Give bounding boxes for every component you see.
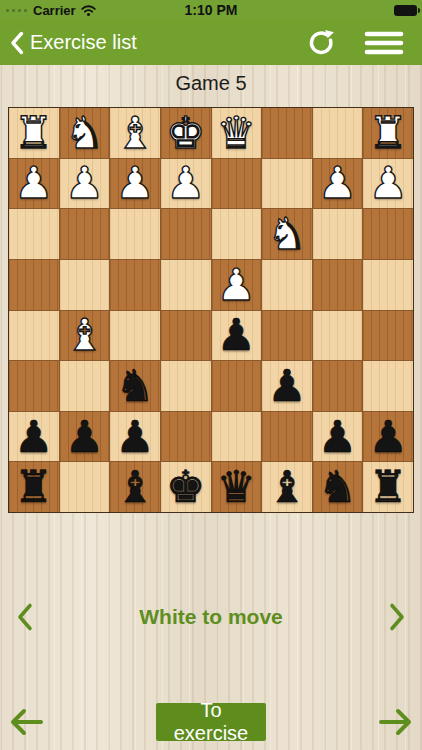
square-f4[interactable] xyxy=(110,260,160,310)
square-a7[interactable]: ♟ xyxy=(363,412,413,462)
next-arrow-button[interactable] xyxy=(378,707,414,737)
square-g6[interactable] xyxy=(60,361,110,411)
square-b4[interactable] xyxy=(313,260,363,310)
piece-wR: ♜ xyxy=(368,111,407,155)
square-e3[interactable] xyxy=(161,209,211,259)
square-d3[interactable] xyxy=(212,209,262,259)
square-e2[interactable]: ♟ xyxy=(161,159,211,209)
to-exercise-button[interactable]: To exercise xyxy=(156,703,266,741)
square-e7[interactable] xyxy=(161,412,211,462)
piece-wR: ♜ xyxy=(14,111,53,155)
piece-wP: ♟ xyxy=(14,161,53,205)
piece-wQ: ♛ xyxy=(217,111,256,155)
square-h5[interactable] xyxy=(9,311,59,361)
square-g2[interactable]: ♟ xyxy=(60,159,110,209)
previous-arrow-button[interactable] xyxy=(8,707,44,737)
nav-bar: Exercise list xyxy=(0,20,422,65)
piece-bB: ♝ xyxy=(267,465,306,509)
square-d1[interactable]: ♛ xyxy=(212,108,262,158)
square-g1[interactable]: ♞ xyxy=(60,108,110,158)
piece-wB: ♝ xyxy=(115,111,154,155)
square-h7[interactable]: ♟ xyxy=(9,412,59,462)
app-screen: Carrier 1:10 PM Exercise list xyxy=(0,0,422,750)
piece-wP: ♟ xyxy=(368,161,407,205)
square-d8[interactable]: ♛ xyxy=(212,462,262,512)
piece-bP: ♟ xyxy=(267,364,306,408)
square-f6[interactable]: ♞ xyxy=(110,361,160,411)
square-d7[interactable] xyxy=(212,412,262,462)
piece-bP: ♟ xyxy=(368,415,407,459)
piece-bR: ♜ xyxy=(368,465,407,509)
square-a8[interactable]: ♜ xyxy=(363,462,413,512)
clock-label: 1:10 PM xyxy=(0,2,422,18)
square-h6[interactable] xyxy=(9,361,59,411)
piece-bP: ♟ xyxy=(318,415,357,459)
piece-bP: ♟ xyxy=(115,415,154,459)
square-e8[interactable]: ♚ xyxy=(161,462,211,512)
battery-icon xyxy=(394,5,417,16)
square-e1[interactable]: ♚ xyxy=(161,108,211,158)
square-b7[interactable]: ♟ xyxy=(313,412,363,462)
piece-wB: ♝ xyxy=(65,313,104,357)
square-e5[interactable] xyxy=(161,311,211,361)
square-g7[interactable]: ♟ xyxy=(60,412,110,462)
square-g5[interactable]: ♝ xyxy=(60,311,110,361)
piece-bQ: ♛ xyxy=(217,465,256,509)
piece-wP: ♟ xyxy=(166,161,205,205)
side-to-move-label: White to move xyxy=(0,605,422,629)
square-d4[interactable]: ♟ xyxy=(212,260,262,310)
square-a6[interactable] xyxy=(363,361,413,411)
prompt-row: White to move xyxy=(0,597,422,637)
square-c3[interactable]: ♞ xyxy=(262,209,312,259)
status-bar: Carrier 1:10 PM xyxy=(0,0,422,20)
back-chevron-icon xyxy=(10,31,24,55)
piece-bP: ♟ xyxy=(217,313,256,357)
piece-bB: ♝ xyxy=(115,465,154,509)
square-g8[interactable] xyxy=(60,462,110,512)
menu-icon[interactable] xyxy=(364,30,404,56)
piece-wN: ♞ xyxy=(267,212,306,256)
square-c7[interactable] xyxy=(262,412,312,462)
square-a3[interactable] xyxy=(363,209,413,259)
piece-bN: ♞ xyxy=(115,364,154,408)
square-f8[interactable]: ♝ xyxy=(110,462,160,512)
square-e4[interactable] xyxy=(161,260,211,310)
square-d2[interactable] xyxy=(212,159,262,209)
chess-board: ♜♞♝♚♛♜♟♟♟♟♟♟♞♟♝♟♞♟♟♟♟♟♟♜♝♚♛♝♞♜ xyxy=(8,107,414,513)
piece-bP: ♟ xyxy=(14,415,53,459)
square-h8[interactable]: ♜ xyxy=(9,462,59,512)
piece-wN: ♞ xyxy=(65,111,104,155)
piece-wK: ♚ xyxy=(166,111,205,155)
square-f5[interactable] xyxy=(110,311,160,361)
square-c2[interactable] xyxy=(262,159,312,209)
piece-bN: ♞ xyxy=(318,465,357,509)
piece-wP: ♟ xyxy=(217,263,256,307)
piece-bK: ♚ xyxy=(166,465,205,509)
square-a1[interactable]: ♜ xyxy=(363,108,413,158)
square-c1[interactable] xyxy=(262,108,312,158)
square-c6[interactable]: ♟ xyxy=(262,361,312,411)
back-button[interactable]: Exercise list xyxy=(0,31,137,55)
page-title: Game 5 xyxy=(0,72,422,95)
bottom-toolbar: To exercise xyxy=(0,698,422,746)
square-d5[interactable]: ♟ xyxy=(212,311,262,361)
square-a4[interactable] xyxy=(363,260,413,310)
square-c5[interactable] xyxy=(262,311,312,361)
square-h1[interactable]: ♜ xyxy=(9,108,59,158)
piece-wP: ♟ xyxy=(65,161,104,205)
square-g4[interactable] xyxy=(60,260,110,310)
square-a2[interactable]: ♟ xyxy=(363,159,413,209)
square-f2[interactable]: ♟ xyxy=(110,159,160,209)
square-b2[interactable]: ♟ xyxy=(313,159,363,209)
square-a5[interactable] xyxy=(363,311,413,361)
square-f1[interactable]: ♝ xyxy=(110,108,160,158)
square-h4[interactable] xyxy=(9,260,59,310)
square-b8[interactable]: ♞ xyxy=(313,462,363,512)
square-f3[interactable] xyxy=(110,209,160,259)
square-b1[interactable] xyxy=(313,108,363,158)
square-c4[interactable] xyxy=(262,260,312,310)
square-f7[interactable]: ♟ xyxy=(110,412,160,462)
piece-bR: ♜ xyxy=(14,465,53,509)
square-d6[interactable] xyxy=(212,361,262,411)
square-c8[interactable]: ♝ xyxy=(262,462,312,512)
piece-wP: ♟ xyxy=(115,161,154,205)
square-e6[interactable] xyxy=(161,361,211,411)
square-b3[interactable] xyxy=(313,209,363,259)
square-h2[interactable]: ♟ xyxy=(9,159,59,209)
refresh-button[interactable] xyxy=(307,28,336,57)
square-g3[interactable] xyxy=(60,209,110,259)
piece-wP: ♟ xyxy=(318,161,357,205)
square-h3[interactable] xyxy=(9,209,59,259)
back-button-label: Exercise list xyxy=(30,31,137,54)
square-b5[interactable] xyxy=(313,311,363,361)
square-b6[interactable] xyxy=(313,361,363,411)
piece-bP: ♟ xyxy=(65,415,104,459)
